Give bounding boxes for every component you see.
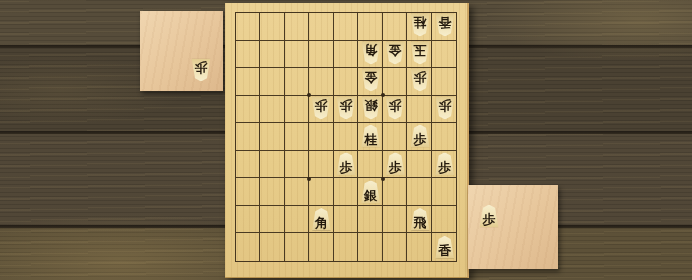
shogi-piece-gote[interactable]: 歩 [311, 97, 331, 120]
shogi-piece-sente[interactable]: 歩 [435, 152, 455, 175]
shogi-piece-sente[interactable]: 歩 [410, 125, 430, 148]
shogi-piece-gote[interactable]: 歩 [410, 69, 430, 92]
shogi-piece-sente[interactable]: 桂 [361, 125, 381, 148]
shogi-piece-sente[interactable]: 銀 [361, 180, 381, 203]
shogi-piece-gote[interactable]: 歩 [336, 97, 356, 120]
shogi-piece-gote[interactable]: 玉 [410, 41, 430, 64]
sente-komadai[interactable]: 歩 [468, 185, 558, 269]
shogi-piece-gote[interactable]: 銀 [361, 97, 381, 120]
shogi-board: 桂香角金玉金歩歩歩銀歩歩桂歩歩歩歩銀角飛香 [225, 3, 469, 278]
shogi-piece-gote[interactable]: 金 [361, 69, 381, 92]
shogi-piece-sente[interactable]: 香 [435, 236, 455, 259]
gote-komadai[interactable]: 歩 [140, 11, 223, 91]
shogi-piece-gote[interactable]: 金 [385, 41, 405, 64]
shogi-piece-sente[interactable]: 飛 [410, 208, 430, 231]
shogi-piece-sente[interactable]: 歩 [336, 152, 356, 175]
shogi-piece-gote[interactable]: 香 [435, 13, 455, 36]
shogi-piece-sente[interactable]: 角 [311, 208, 331, 231]
scene: 歩 桂香角金玉金歩歩歩銀歩歩桂歩歩歩歩銀角飛香 歩 [0, 0, 692, 280]
captured-piece-sente[interactable]: 歩 [479, 205, 499, 228]
piece-layer: 桂香角金玉金歩歩歩銀歩歩桂歩歩歩歩銀角飛香 [235, 12, 457, 262]
shogi-piece-gote[interactable]: 角 [361, 41, 381, 64]
shogi-piece-gote[interactable]: 歩 [385, 97, 405, 120]
shogi-piece-gote[interactable]: 桂 [410, 13, 430, 36]
shogi-piece-gote[interactable]: 歩 [435, 97, 455, 120]
captured-piece-gote[interactable]: 歩 [191, 59, 211, 82]
shogi-piece-sente[interactable]: 歩 [385, 152, 405, 175]
